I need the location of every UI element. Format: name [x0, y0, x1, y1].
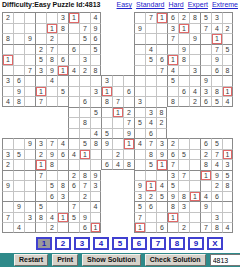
- cell-r21c14[interactable]: [145, 222, 156, 233]
- cell-r17c16[interactable]: 5: [167, 180, 178, 191]
- cell-r18c16[interactable]: 9: [167, 191, 178, 202]
- cell-r2c15[interactable]: [156, 23, 167, 34]
- cell-r3c6[interactable]: [57, 33, 68, 44]
- cell-r9c5[interactable]: [46, 96, 57, 107]
- cell-r20c2[interactable]: [13, 212, 24, 223]
- cell-r3c14[interactable]: [145, 33, 156, 44]
- cell-r7c17[interactable]: [178, 75, 189, 86]
- cell-r2c16[interactable]: 3: [167, 23, 178, 34]
- cell-r9c15[interactable]: [156, 96, 167, 107]
- cell-r11c11[interactable]: [112, 117, 123, 128]
- cell-r14c9[interactable]: [90, 149, 101, 160]
- cell-r8c10[interactable]: 1: [101, 86, 112, 97]
- cell-r3c3[interactable]: 9: [24, 33, 35, 44]
- cell-r10c12[interactable]: 2: [123, 107, 134, 118]
- cell-r14c7[interactable]: 4: [68, 149, 79, 160]
- cell-r7c19[interactable]: 9: [200, 75, 211, 86]
- cell-r20c21[interactable]: [222, 212, 233, 223]
- cell-r9c4[interactable]: 7: [35, 96, 46, 107]
- cell-r1c16[interactable]: 6: [167, 12, 178, 23]
- cell-r21c8[interactable]: 6: [79, 222, 90, 233]
- cell-r3c4[interactable]: [35, 33, 46, 44]
- cell-r9c7[interactable]: [68, 96, 79, 107]
- cell-r4c4[interactable]: 2: [35, 44, 46, 55]
- cell-r12c10[interactable]: 5: [101, 128, 112, 139]
- cell-r19c14[interactable]: 6: [145, 201, 156, 212]
- digit-button-7[interactable]: 7: [150, 237, 166, 250]
- cell-r18c8[interactable]: 2: [79, 191, 90, 202]
- cell-r5c17[interactable]: 8: [178, 54, 189, 65]
- cell-r13c2[interactable]: [13, 138, 24, 149]
- cell-r2c5[interactable]: 1: [46, 23, 57, 34]
- cell-r16c6[interactable]: [57, 170, 68, 181]
- cell-r8c2[interactable]: 9: [13, 86, 24, 97]
- cell-r15c1[interactable]: 2: [2, 159, 13, 170]
- cell-r18c19[interactable]: 4: [200, 191, 211, 202]
- cell-r17c18[interactable]: [189, 180, 200, 191]
- cell-r8c20[interactable]: 8: [211, 86, 222, 97]
- cell-r18c2[interactable]: [13, 191, 24, 202]
- cell-r5c7[interactable]: [68, 54, 79, 65]
- cell-r20c7[interactable]: 5: [68, 212, 79, 223]
- cell-r7c5[interactable]: 4: [46, 75, 57, 86]
- cell-r13c4[interactable]: 3: [35, 138, 46, 149]
- cell-r7c6[interactable]: [57, 75, 68, 86]
- cell-r2c14[interactable]: [145, 23, 156, 34]
- cell-r2c19[interactable]: 7: [200, 23, 211, 34]
- link-hard[interactable]: Hard: [169, 1, 184, 8]
- cell-r11c8[interactable]: 8: [79, 117, 90, 128]
- cell-r2c18[interactable]: [189, 23, 200, 34]
- cell-r11c9[interactable]: [90, 117, 101, 128]
- cell-r5c19[interactable]: [200, 54, 211, 65]
- cell-r4c16[interactable]: [167, 44, 178, 55]
- cell-r16c3[interactable]: [24, 170, 35, 181]
- cell-r1c5[interactable]: [46, 12, 57, 23]
- cell-r17c19[interactable]: [200, 180, 211, 191]
- cell-r20c14[interactable]: [145, 212, 156, 223]
- cell-r3c21[interactable]: [222, 33, 233, 44]
- cell-r16c13[interactable]: [134, 170, 145, 181]
- cell-r8c11[interactable]: [112, 86, 123, 97]
- cell-r4c3[interactable]: [24, 44, 35, 55]
- cell-r15c7[interactable]: [68, 159, 79, 170]
- cell-r18c17[interactable]: 8: [178, 191, 189, 202]
- cell-r13c9[interactable]: 8: [90, 138, 101, 149]
- cell-r15c12[interactable]: 8: [123, 159, 134, 170]
- cell-r3c15[interactable]: [156, 33, 167, 44]
- cell-r1c3[interactable]: [24, 12, 35, 23]
- cell-r2c17[interactable]: 1: [178, 23, 189, 34]
- cell-r16c8[interactable]: 8: [79, 170, 90, 181]
- cell-r1c14[interactable]: 7: [145, 12, 156, 23]
- cell-r17c15[interactable]: 4: [156, 180, 167, 191]
- cell-r14c8[interactable]: 1: [79, 149, 90, 160]
- cell-r4c9[interactable]: 5: [90, 44, 101, 55]
- cell-r1c2[interactable]: [13, 12, 24, 23]
- cell-r13c18[interactable]: [189, 138, 200, 149]
- cell-r5c3[interactable]: [24, 54, 35, 65]
- cell-r21c2[interactable]: 4: [13, 222, 24, 233]
- cell-r18c21[interactable]: [222, 191, 233, 202]
- cell-r7c13[interactable]: [134, 75, 145, 86]
- cell-r5c18[interactable]: [189, 54, 200, 65]
- cell-r3c9[interactable]: 6: [90, 33, 101, 44]
- cell-r15c6[interactable]: [57, 159, 68, 170]
- cell-r4c13[interactable]: [134, 44, 145, 55]
- cell-r16c16[interactable]: 3: [167, 170, 178, 181]
- cell-r15c21[interactable]: 3: [222, 159, 233, 170]
- cell-r19c4[interactable]: 5: [35, 201, 46, 212]
- cell-r14c20[interactable]: 7: [211, 149, 222, 160]
- cell-r20c17[interactable]: [178, 212, 189, 223]
- cell-r17c6[interactable]: 8: [57, 180, 68, 191]
- cell-r13c19[interactable]: 6: [200, 138, 211, 149]
- cell-r17c8[interactable]: 7: [79, 180, 90, 191]
- cell-r18c18[interactable]: 1: [189, 191, 200, 202]
- cell-r20c15[interactable]: [156, 212, 167, 223]
- cell-r16c19[interactable]: 1: [200, 170, 211, 181]
- cell-r16c17[interactable]: 7: [178, 170, 189, 181]
- cell-r6c7[interactable]: 4: [68, 65, 79, 76]
- cell-r21c17[interactable]: 2: [178, 222, 189, 233]
- cell-r3c7[interactable]: [68, 33, 79, 44]
- cell-r1c7[interactable]: 1: [68, 12, 79, 23]
- cell-r8c15[interactable]: [156, 86, 167, 97]
- cell-r12c11[interactable]: [112, 128, 123, 139]
- cell-r13c6[interactable]: 4: [57, 138, 68, 149]
- cell-r8c13[interactable]: [134, 86, 145, 97]
- cell-r12c8[interactable]: [79, 128, 90, 139]
- cell-r8c14[interactable]: [145, 86, 156, 97]
- digit-button-5[interactable]: 5: [112, 237, 128, 250]
- cell-r15c20[interactable]: 4: [211, 159, 222, 170]
- cell-r18c20[interactable]: 6: [211, 191, 222, 202]
- cell-r15c13[interactable]: [134, 159, 145, 170]
- cell-r2c7[interactable]: [68, 23, 79, 34]
- cell-r21c18[interactable]: [189, 222, 200, 233]
- cell-r6c14[interactable]: [145, 65, 156, 76]
- cell-r20c13[interactable]: 7: [134, 212, 145, 223]
- cell-r20c19[interactable]: [200, 212, 211, 223]
- cell-r13c3[interactable]: 9: [24, 138, 35, 149]
- cell-r9c21[interactable]: 4: [222, 96, 233, 107]
- puzzle-id-input[interactable]: [210, 254, 240, 266]
- cell-r21c21[interactable]: 4: [222, 222, 233, 233]
- cell-r15c19[interactable]: 8: [200, 159, 211, 170]
- cell-r21c9[interactable]: 1: [90, 222, 101, 233]
- cell-r18c5[interactable]: 6: [46, 191, 57, 202]
- cell-r2c1[interactable]: [2, 23, 13, 34]
- cell-r5c2[interactable]: [13, 54, 24, 65]
- cell-r15c4[interactable]: 1: [35, 159, 46, 170]
- cell-r21c6[interactable]: [57, 222, 68, 233]
- cell-r19c1[interactable]: [2, 201, 13, 212]
- cell-r6c18[interactable]: 3: [189, 65, 200, 76]
- cell-r21c5[interactable]: 2: [46, 222, 57, 233]
- cell-r10c15[interactable]: 8: [156, 107, 167, 118]
- cell-r4c21[interactable]: 5: [222, 44, 233, 55]
- cell-r15c11[interactable]: 4: [112, 159, 123, 170]
- cell-r1c19[interactable]: 5: [200, 12, 211, 23]
- cell-r9c3[interactable]: [24, 96, 35, 107]
- cell-r13c16[interactable]: 2: [167, 138, 178, 149]
- cell-r3c5[interactable]: 2: [46, 33, 57, 44]
- cell-r19c20[interactable]: [211, 201, 222, 212]
- cell-r8c16[interactable]: [167, 86, 178, 97]
- cell-r12c9[interactable]: 4: [90, 128, 101, 139]
- cell-r21c7[interactable]: [68, 222, 79, 233]
- cell-r2c4[interactable]: [35, 23, 46, 34]
- cell-r17c3[interactable]: [24, 180, 35, 191]
- cell-r1c17[interactable]: 2: [178, 12, 189, 23]
- cell-r13c17[interactable]: [178, 138, 189, 149]
- cell-r13c8[interactable]: 5: [79, 138, 90, 149]
- cell-r1c1[interactable]: 2: [2, 12, 13, 23]
- cell-r16c5[interactable]: [46, 170, 57, 181]
- cell-r16c14[interactable]: [145, 170, 156, 181]
- cell-r6c20[interactable]: 6: [211, 65, 222, 76]
- cell-r17c13[interactable]: 9: [134, 180, 145, 191]
- cell-r14c13[interactable]: [134, 149, 145, 160]
- cell-r9c17[interactable]: [178, 96, 189, 107]
- cell-r14c2[interactable]: 5: [13, 149, 24, 160]
- cell-r5c15[interactable]: 6: [156, 54, 167, 65]
- cell-r20c16[interactable]: 1: [167, 212, 178, 223]
- link-expert[interactable]: Expert: [188, 1, 208, 8]
- link-easy[interactable]: Easy: [117, 1, 133, 8]
- digit-button-4[interactable]: 4: [93, 237, 109, 250]
- cell-r6c17[interactable]: [178, 65, 189, 76]
- check-solution-button[interactable]: Check Solution: [145, 254, 206, 266]
- cell-r20c4[interactable]: 8: [35, 212, 46, 223]
- cell-r2c6[interactable]: 8: [57, 23, 68, 34]
- cell-r8c17[interactable]: 6: [178, 86, 189, 97]
- cell-r2c3[interactable]: [24, 23, 35, 34]
- show-solution-button[interactable]: Show Solution: [82, 254, 141, 266]
- cell-r6c8[interactable]: 2: [79, 65, 90, 76]
- cell-r6c19[interactable]: [200, 65, 211, 76]
- cell-r4c5[interactable]: 7: [46, 44, 57, 55]
- cell-r13c15[interactable]: 3: [156, 138, 167, 149]
- cell-r1c15[interactable]: 1: [156, 12, 167, 23]
- cell-r3c13[interactable]: [134, 33, 145, 44]
- cell-r5c8[interactable]: 3: [79, 54, 90, 65]
- cell-r8c5[interactable]: [46, 86, 57, 97]
- cell-r14c6[interactable]: 6: [57, 149, 68, 160]
- cell-r6c16[interactable]: 4: [167, 65, 178, 76]
- cell-r20c20[interactable]: 3: [211, 212, 222, 223]
- cell-r15c3[interactable]: [24, 159, 35, 170]
- cell-r4c18[interactable]: [189, 44, 200, 55]
- cell-r11c13[interactable]: 5: [134, 117, 145, 128]
- cell-r9c12[interactable]: [123, 96, 134, 107]
- cell-r17c21[interactable]: 8: [222, 180, 233, 191]
- cell-r18c4[interactable]: [35, 191, 46, 202]
- cell-r2c9[interactable]: 9: [90, 23, 101, 34]
- cell-r1c9[interactable]: 4: [90, 12, 101, 23]
- cell-r6c5[interactable]: 9: [46, 65, 57, 76]
- cell-r8c21[interactable]: 1: [222, 86, 233, 97]
- cell-r10c10[interactable]: [101, 107, 112, 118]
- cell-r7c14[interactable]: [145, 75, 156, 86]
- cell-r12c15[interactable]: [156, 128, 167, 139]
- cell-r18c6[interactable]: 3: [57, 191, 68, 202]
- cell-r10c14[interactable]: 3: [145, 107, 156, 118]
- cell-r14c3[interactable]: [24, 149, 35, 160]
- cell-r6c9[interactable]: 8: [90, 65, 101, 76]
- cell-r6c3[interactable]: 7: [24, 65, 35, 76]
- cell-r7c7[interactable]: [68, 75, 79, 86]
- cell-r14c18[interactable]: [189, 149, 200, 160]
- cell-r7c3[interactable]: [24, 75, 35, 86]
- cell-r4c6[interactable]: [57, 44, 68, 55]
- cell-r11c10[interactable]: [101, 117, 112, 128]
- cell-r14c14[interactable]: 8: [145, 149, 156, 160]
- cell-r10c13[interactable]: [134, 107, 145, 118]
- cell-r15c16[interactable]: 7: [167, 159, 178, 170]
- cell-r20c18[interactable]: [189, 212, 200, 223]
- cell-r5c6[interactable]: 6: [57, 54, 68, 65]
- cell-r7c20[interactable]: [211, 75, 222, 86]
- cell-r14c15[interactable]: 9: [156, 149, 167, 160]
- cell-r7c18[interactable]: [189, 75, 200, 86]
- cell-r3c2[interactable]: [13, 33, 24, 44]
- cell-r1c20[interactable]: 3: [211, 12, 222, 23]
- cell-r13c10[interactable]: 9: [101, 138, 112, 149]
- cell-r5c16[interactable]: 1: [167, 54, 178, 65]
- cell-r19c5[interactable]: [46, 201, 57, 212]
- cell-r16c20[interactable]: 9: [211, 170, 222, 181]
- cell-r1c18[interactable]: 8: [189, 12, 200, 23]
- cell-r4c17[interactable]: 9: [178, 44, 189, 55]
- cell-r8c4[interactable]: 1: [35, 86, 46, 97]
- cell-r15c18[interactable]: [189, 159, 200, 170]
- cell-r16c18[interactable]: [189, 170, 200, 181]
- cell-r18c7[interactable]: [68, 191, 79, 202]
- cell-r6c15[interactable]: 7: [156, 65, 167, 76]
- cell-r8c6[interactable]: 5: [57, 86, 68, 97]
- cell-r6c13[interactable]: [134, 65, 145, 76]
- cell-r7c2[interactable]: 6: [13, 75, 24, 86]
- cell-r12c13[interactable]: [134, 128, 145, 139]
- cell-r4c1[interactable]: [2, 44, 13, 55]
- cell-r19c21[interactable]: [222, 201, 233, 212]
- cell-r5c1[interactable]: 1: [2, 54, 13, 65]
- cell-r3c17[interactable]: [178, 33, 189, 44]
- cell-r13c20[interactable]: 5: [211, 138, 222, 149]
- cell-r6c6[interactable]: 1: [57, 65, 68, 76]
- cell-r3c18[interactable]: 9: [189, 33, 200, 44]
- cell-r8c12[interactable]: 6: [123, 86, 134, 97]
- cell-r5c5[interactable]: 8: [46, 54, 57, 65]
- cell-r5c9[interactable]: [90, 54, 101, 65]
- cell-r19c7[interactable]: 7: [68, 201, 79, 212]
- cell-r8c3[interactable]: [24, 86, 35, 97]
- cell-r12c7[interactable]: [68, 128, 79, 139]
- digit-button-2[interactable]: 2: [55, 237, 71, 250]
- cell-r14c5[interactable]: 9: [46, 149, 57, 160]
- cell-r3c20[interactable]: 1: [211, 33, 222, 44]
- cell-r15c14[interactable]: 5: [145, 159, 156, 170]
- cell-r14c19[interactable]: 2: [200, 149, 211, 160]
- cell-r4c8[interactable]: [79, 44, 90, 55]
- cell-r17c7[interactable]: 6: [68, 180, 79, 191]
- cell-r19c6[interactable]: [57, 201, 68, 212]
- cell-r10c9[interactable]: 5: [90, 107, 101, 118]
- cell-r8c7[interactable]: [68, 86, 79, 97]
- cell-r4c7[interactable]: 6: [68, 44, 79, 55]
- cell-r7c15[interactable]: [156, 75, 167, 86]
- cell-r21c19[interactable]: 7: [200, 222, 211, 233]
- cell-r2c13[interactable]: 9: [134, 23, 145, 34]
- cell-r7c10[interactable]: 3: [101, 75, 112, 86]
- digit-button-6[interactable]: 6: [131, 237, 147, 250]
- cell-r5c20[interactable]: 9: [211, 54, 222, 65]
- cell-r18c15[interactable]: 5: [156, 191, 167, 202]
- cell-r14c12[interactable]: [123, 149, 134, 160]
- cell-r13c11[interactable]: [112, 138, 123, 149]
- cell-r18c14[interactable]: 2: [145, 191, 156, 202]
- cell-r13c7[interactable]: [68, 138, 79, 149]
- cell-r19c13[interactable]: 5: [134, 201, 145, 212]
- digit-button-x[interactable]: X: [207, 237, 223, 250]
- cell-r18c3[interactable]: [24, 191, 35, 202]
- cell-r13c21[interactable]: [222, 138, 233, 149]
- cell-r9c18[interactable]: 2: [189, 96, 200, 107]
- cell-r4c14[interactable]: 4: [145, 44, 156, 55]
- cell-r17c14[interactable]: 1: [145, 180, 156, 191]
- cell-r9c14[interactable]: [145, 96, 156, 107]
- cell-r9c19[interactable]: 6: [200, 96, 211, 107]
- cell-r1c13[interactable]: [134, 12, 145, 23]
- cell-r1c8[interactable]: [79, 12, 90, 23]
- cell-r15c17[interactable]: [178, 159, 189, 170]
- cell-r7c16[interactable]: 5: [167, 75, 178, 86]
- cell-r1c6[interactable]: 3: [57, 12, 68, 23]
- cell-r10c11[interactable]: 1: [112, 107, 123, 118]
- cell-r15c5[interactable]: 8: [46, 159, 57, 170]
- cell-r19c16[interactable]: 8: [167, 201, 178, 212]
- digit-button-3[interactable]: 3: [74, 237, 90, 250]
- cell-r4c20[interactable]: 7: [211, 44, 222, 55]
- cell-r17c4[interactable]: [35, 180, 46, 191]
- cell-r21c4[interactable]: [35, 222, 46, 233]
- cell-r4c2[interactable]: [13, 44, 24, 55]
- cell-r10c7[interactable]: [68, 107, 79, 118]
- cell-r7c11[interactable]: [112, 75, 123, 86]
- cell-r18c9[interactable]: [90, 191, 101, 202]
- cell-r9c16[interactable]: 8: [167, 96, 178, 107]
- cell-r7c21[interactable]: [222, 75, 233, 86]
- cell-r15c15[interactable]: 1: [156, 159, 167, 170]
- cell-r14c11[interactable]: 2: [112, 149, 123, 160]
- cell-r17c2[interactable]: [13, 180, 24, 191]
- cell-r17c20[interactable]: 2: [211, 180, 222, 191]
- cell-r11c12[interactable]: 7: [123, 117, 134, 128]
- cell-r8c1[interactable]: [2, 86, 13, 97]
- cell-r14c10[interactable]: [101, 149, 112, 160]
- cell-r7c4[interactable]: [35, 75, 46, 86]
- cell-r6c1[interactable]: [2, 65, 13, 76]
- cell-r21c15[interactable]: 6: [156, 222, 167, 233]
- cell-r1c4[interactable]: [35, 12, 46, 23]
- cell-r16c21[interactable]: 5: [222, 170, 233, 181]
- cell-r21c1[interactable]: [2, 222, 13, 233]
- cell-r21c3[interactable]: [24, 222, 35, 233]
- cell-r8c9[interactable]: 3: [90, 86, 101, 97]
- cell-r3c16[interactable]: 7: [167, 33, 178, 44]
